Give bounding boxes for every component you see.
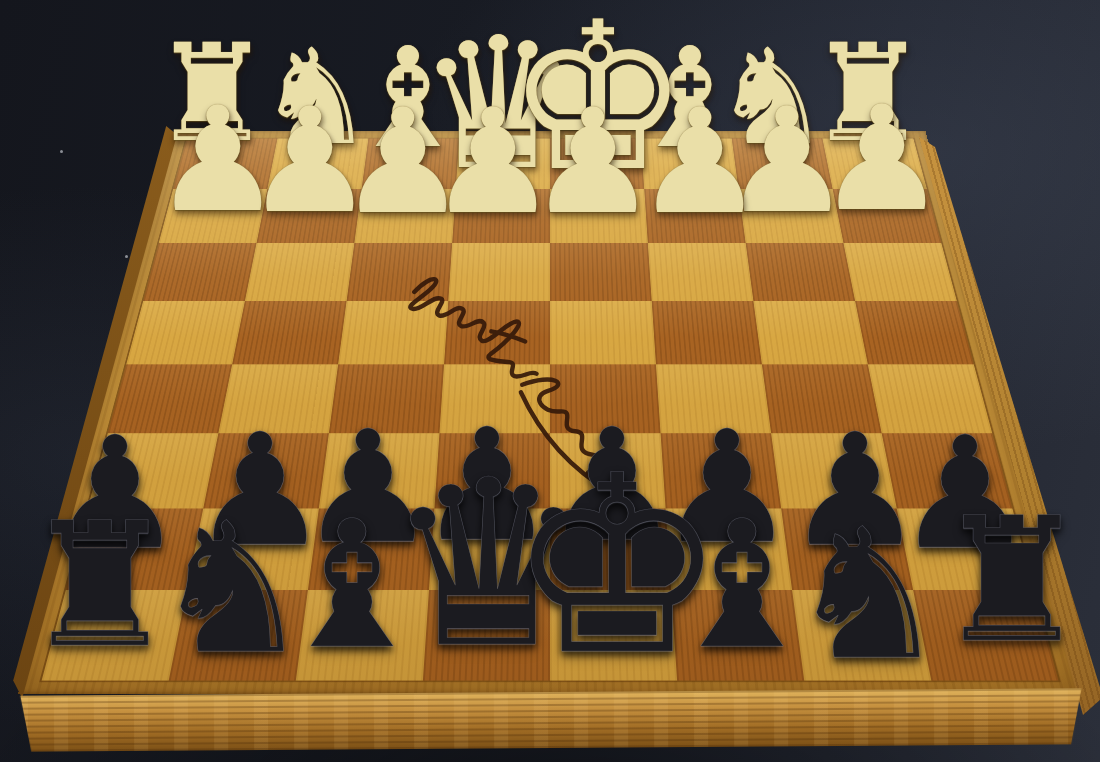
square-r3c1-dark <box>143 243 256 301</box>
square-r3c6-light <box>648 243 754 301</box>
square-r3c8-light <box>843 243 956 301</box>
black-rook: ♜ <box>935 495 1089 667</box>
white-pawn: ♟ <box>635 89 765 234</box>
square-r4c8-dark <box>855 301 974 364</box>
square-r3c2-light <box>245 243 355 301</box>
square-r3c5-dark <box>550 243 652 301</box>
black-knight: ♞ <box>787 505 948 685</box>
square-r4c2-dark <box>232 301 346 364</box>
black-king: ♚ <box>507 443 728 689</box>
square-r4c1-light <box>126 301 245 364</box>
square-r4c7-light <box>753 301 867 364</box>
black-knight: ♞ <box>151 499 312 679</box>
photo-stage: ♜♞♝♛♚♝♞♜♟♟♟♟♟♟♟♟♟♟♟♟♟♟♟♟♜♞♝♛♚♝♞♜ <box>0 0 1100 762</box>
square-r3c7-dark <box>746 243 856 301</box>
square-r4c6-dark <box>652 301 762 364</box>
